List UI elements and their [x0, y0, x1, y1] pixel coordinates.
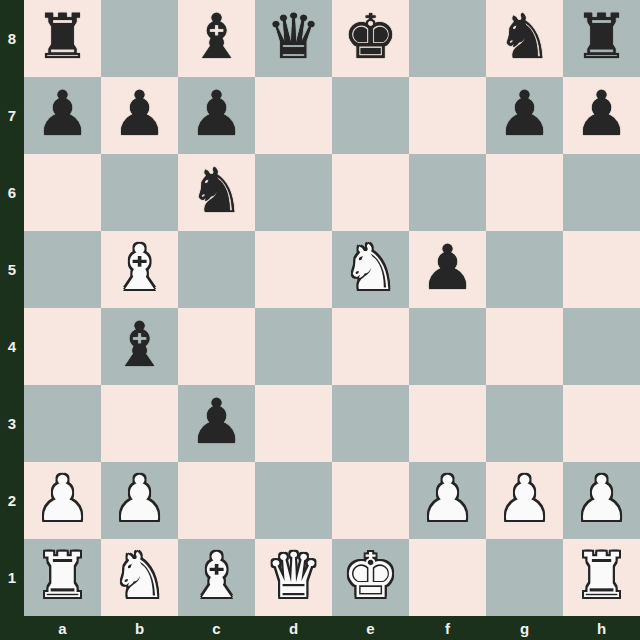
rank-label-8: 8 — [0, 0, 24, 77]
black-pawn-piece[interactable]: ♟ — [189, 83, 245, 145]
white-pawn-piece[interactable]: ♟ — [420, 468, 476, 530]
black-bishop-piece[interactable]: ♝ — [189, 6, 245, 68]
square-c6[interactable]: ♞ — [178, 154, 255, 231]
square-h2[interactable]: ♟ — [563, 462, 640, 539]
square-a2[interactable]: ♟ — [24, 462, 101, 539]
square-e4[interactable] — [332, 308, 409, 385]
square-c3[interactable]: ♟ — [178, 385, 255, 462]
white-pawn-piece[interactable]: ♟ — [497, 468, 553, 530]
square-d5[interactable] — [255, 231, 332, 308]
square-g3[interactable] — [486, 385, 563, 462]
white-queen-piece[interactable]: ♛ — [266, 545, 322, 607]
black-pawn-piece[interactable]: ♟ — [420, 237, 476, 299]
square-a6[interactable] — [24, 154, 101, 231]
square-a1[interactable]: ♜ — [24, 539, 101, 616]
rank-label-5: 5 — [0, 231, 24, 308]
black-pawn-piece[interactable]: ♟ — [189, 391, 245, 453]
square-e7[interactable] — [332, 77, 409, 154]
square-h1[interactable]: ♜ — [563, 539, 640, 616]
square-h3[interactable] — [563, 385, 640, 462]
file-label-b: b — [101, 616, 178, 640]
square-b1[interactable]: ♞ — [101, 539, 178, 616]
file-label-c: c — [178, 616, 255, 640]
square-c8[interactable]: ♝ — [178, 0, 255, 77]
square-f3[interactable] — [409, 385, 486, 462]
square-g6[interactable] — [486, 154, 563, 231]
rank-label-2: 2 — [0, 462, 24, 539]
square-e2[interactable] — [332, 462, 409, 539]
square-a3[interactable] — [24, 385, 101, 462]
black-pawn-piece[interactable]: ♟ — [497, 83, 553, 145]
square-d1[interactable]: ♛ — [255, 539, 332, 616]
square-f7[interactable] — [409, 77, 486, 154]
square-b8[interactable] — [101, 0, 178, 77]
square-b7[interactable]: ♟ — [101, 77, 178, 154]
rank-label-1: 1 — [0, 539, 24, 616]
file-label-d: d — [255, 616, 332, 640]
white-pawn-piece[interactable]: ♟ — [112, 468, 168, 530]
rank-label-7: 7 — [0, 77, 24, 154]
square-g8[interactable]: ♞ — [486, 0, 563, 77]
square-g2[interactable]: ♟ — [486, 462, 563, 539]
file-label-g: g — [486, 616, 563, 640]
white-pawn-piece[interactable]: ♟ — [35, 468, 91, 530]
square-b6[interactable] — [101, 154, 178, 231]
square-a4[interactable] — [24, 308, 101, 385]
white-bishop-piece[interactable]: ♝ — [189, 545, 245, 607]
chess-board-panel: 87654321 ♜♝♛♚♞♜♟♟♟♟♟♞♝♞♟♝♟♟♟♟♟♟♜♞♝♛♚♜ ab… — [0, 0, 640, 640]
black-knight-piece[interactable]: ♞ — [189, 160, 245, 222]
square-d2[interactable] — [255, 462, 332, 539]
square-e1[interactable]: ♚ — [332, 539, 409, 616]
square-c2[interactable] — [178, 462, 255, 539]
square-h7[interactable]: ♟ — [563, 77, 640, 154]
white-king-piece[interactable]: ♚ — [343, 545, 399, 607]
file-labels: abcdefgh — [24, 616, 640, 640]
square-d7[interactable] — [255, 77, 332, 154]
square-c4[interactable] — [178, 308, 255, 385]
square-f4[interactable] — [409, 308, 486, 385]
black-pawn-piece[interactable]: ♟ — [35, 83, 91, 145]
black-queen-piece[interactable]: ♛ — [266, 6, 322, 68]
square-d4[interactable] — [255, 308, 332, 385]
square-h4[interactable] — [563, 308, 640, 385]
square-f8[interactable] — [409, 0, 486, 77]
square-e8[interactable]: ♚ — [332, 0, 409, 77]
square-g4[interactable] — [486, 308, 563, 385]
square-d6[interactable] — [255, 154, 332, 231]
black-rook-piece[interactable]: ♜ — [574, 6, 630, 68]
file-label-e: e — [332, 616, 409, 640]
square-h5[interactable] — [563, 231, 640, 308]
file-label-a: a — [24, 616, 101, 640]
square-a7[interactable]: ♟ — [24, 77, 101, 154]
square-d3[interactable] — [255, 385, 332, 462]
rank-label-3: 3 — [0, 385, 24, 462]
square-g1[interactable] — [486, 539, 563, 616]
square-d8[interactable]: ♛ — [255, 0, 332, 77]
square-g7[interactable]: ♟ — [486, 77, 563, 154]
square-g5[interactable] — [486, 231, 563, 308]
square-b2[interactable]: ♟ — [101, 462, 178, 539]
square-h6[interactable] — [563, 154, 640, 231]
square-b4[interactable]: ♝ — [101, 308, 178, 385]
black-rook-piece[interactable]: ♜ — [35, 6, 91, 68]
black-king-piece[interactable]: ♚ — [343, 6, 399, 68]
square-b5[interactable]: ♝ — [101, 231, 178, 308]
rank-label-6: 6 — [0, 154, 24, 231]
square-f5[interactable]: ♟ — [409, 231, 486, 308]
black-pawn-piece[interactable]: ♟ — [574, 83, 630, 145]
black-knight-piece[interactable]: ♞ — [497, 6, 553, 68]
white-knight-piece[interactable]: ♞ — [112, 545, 168, 607]
black-pawn-piece[interactable]: ♟ — [112, 83, 168, 145]
square-b3[interactable] — [101, 385, 178, 462]
square-a8[interactable]: ♜ — [24, 0, 101, 77]
file-label-h: h — [563, 616, 640, 640]
white-rook-piece[interactable]: ♜ — [35, 545, 91, 607]
square-c7[interactable]: ♟ — [178, 77, 255, 154]
rank-labels: 87654321 — [0, 0, 24, 616]
square-f6[interactable] — [409, 154, 486, 231]
square-e6[interactable] — [332, 154, 409, 231]
white-knight-piece[interactable]: ♞ — [343, 237, 399, 299]
file-label-f: f — [409, 616, 486, 640]
square-f1[interactable] — [409, 539, 486, 616]
white-bishop-piece[interactable]: ♝ — [112, 237, 168, 299]
black-bishop-piece[interactable]: ♝ — [112, 314, 168, 376]
rank-label-4: 4 — [0, 308, 24, 385]
square-f2[interactable]: ♟ — [409, 462, 486, 539]
square-a5[interactable] — [24, 231, 101, 308]
board: ♜♝♛♚♞♜♟♟♟♟♟♞♝♞♟♝♟♟♟♟♟♟♜♞♝♛♚♜ — [24, 0, 640, 616]
square-e3[interactable] — [332, 385, 409, 462]
square-e5[interactable]: ♞ — [332, 231, 409, 308]
white-pawn-piece[interactable]: ♟ — [574, 468, 630, 530]
square-c1[interactable]: ♝ — [178, 539, 255, 616]
white-rook-piece[interactable]: ♜ — [574, 545, 630, 607]
square-c5[interactable] — [178, 231, 255, 308]
square-h8[interactable]: ♜ — [563, 0, 640, 77]
